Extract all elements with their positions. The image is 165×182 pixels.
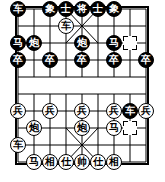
piece-red-soldier[interactable]: 兵 [10, 103, 26, 119]
piece-red-elephant[interactable]: 相 [42, 154, 58, 170]
piece-red-cannon[interactable]: 炮 [26, 120, 42, 136]
piece-red-advisor[interactable]: 仕 [58, 154, 74, 170]
piece-red-advisor[interactable]: 仕 [90, 154, 106, 170]
piece-red-soldier[interactable]: 兵 [138, 103, 154, 119]
last-move-marker [123, 36, 137, 50]
piece-red-elephant[interactable]: 相 [106, 154, 122, 170]
piece-black-cannon[interactable]: 炮 [74, 35, 90, 51]
piece-red-chariot[interactable]: 车 [58, 18, 74, 34]
piece-black-advisor[interactable]: 士 [58, 1, 74, 17]
piece-black-horse[interactable]: 马 [10, 35, 26, 51]
piece-black-soldier[interactable]: 卒 [42, 52, 58, 68]
piece-red-horse[interactable]: 马 [26, 154, 42, 170]
marker-corner [123, 121, 128, 126]
piece-black-chariot[interactable]: 车 [122, 103, 138, 119]
piece-black-soldier[interactable]: 卒 [138, 52, 154, 68]
piece-red-chariot[interactable]: 车 [10, 137, 26, 153]
piece-red-cannon[interactable]: 炮 [74, 120, 90, 136]
marker-corner [132, 36, 137, 41]
piece-black-general[interactable]: 将 [74, 1, 90, 17]
piece-black-soldier[interactable]: 卒 [74, 52, 90, 68]
piece-red-soldier[interactable]: 兵 [74, 103, 90, 119]
marker-corner [132, 121, 137, 126]
screenshot-root: 车象士将士象车马炮炮马卒卒卒卒卒兵兵兵兵车兵炮炮马车马相仕帅仕相 [0, 0, 165, 182]
board-frame [15, 6, 149, 165]
piece-red-soldier[interactable]: 兵 [106, 103, 122, 119]
piece-black-chariot[interactable]: 车 [10, 1, 26, 17]
marker-corner [123, 36, 128, 41]
piece-black-horse[interactable]: 马 [106, 35, 122, 51]
piece-black-elephant[interactable]: 象 [42, 1, 58, 17]
piece-black-advisor[interactable]: 士 [90, 1, 106, 17]
piece-black-soldier[interactable]: 卒 [106, 52, 122, 68]
piece-black-cannon[interactable]: 炮 [26, 35, 42, 51]
piece-red-horse[interactable]: 马 [106, 120, 122, 136]
marker-corner [123, 45, 128, 50]
piece-black-soldier[interactable]: 卒 [10, 52, 26, 68]
xiangqi-board[interactable]: 车象士将士象车马炮炮马卒卒卒卒卒兵兵兵兵车兵炮炮马车马相仕帅仕相 [0, 0, 165, 182]
piece-black-elephant[interactable]: 象 [106, 1, 122, 17]
last-move-marker [123, 121, 137, 135]
marker-corner [132, 130, 137, 135]
marker-corner [132, 45, 137, 50]
piece-red-general[interactable]: 帅 [74, 154, 90, 170]
piece-red-soldier[interactable]: 兵 [42, 103, 58, 119]
marker-corner [123, 130, 128, 135]
